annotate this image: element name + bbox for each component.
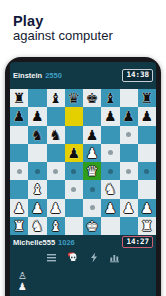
legal-move-dot — [90, 205, 95, 210]
white-pawn: ♟ — [122, 200, 135, 214]
square-h3[interactable] — [138, 180, 156, 198]
black-pawn: ♟ — [86, 127, 99, 141]
square-c4[interactable] — [47, 162, 65, 180]
black-pawn: ♟ — [68, 145, 81, 159]
black-bishop: ♝ — [49, 91, 62, 105]
store-screenshot: Play against computer Einstein 2550 14:3… — [0, 0, 166, 296]
square-e5[interactable]: ♟ — [83, 144, 101, 162]
square-a6[interactable] — [10, 126, 28, 144]
player-name: Michelle555 — [13, 238, 55, 247]
phone-frame: Einstein 2550 14:38 ♜♝♛♚♝♜♟♟♟♟♟♞♞♟♟♟♛♝♞♟… — [5, 57, 161, 296]
captured-pieces-tray: ♙ ♟ — [18, 270, 156, 292]
white-rook: ♜ — [141, 218, 154, 232]
captured-black-pawn-icon: ♙ — [18, 270, 156, 281]
square-b5[interactable] — [28, 144, 46, 162]
square-e1[interactable]: ♚ — [83, 217, 101, 235]
stats-icon[interactable] — [109, 252, 121, 264]
player-clock: 14:27 — [122, 236, 153, 248]
black-pawn: ♟ — [31, 109, 44, 123]
square-e3[interactable] — [83, 180, 101, 198]
square-b1[interactable]: ♞ — [28, 217, 46, 235]
legal-move-dot — [17, 169, 22, 174]
square-c7[interactable] — [47, 107, 65, 125]
player-bar: Michelle555 1026 14:27 — [10, 235, 156, 249]
square-d1[interactable] — [65, 217, 83, 235]
white-pawn: ♟ — [31, 200, 44, 214]
title-line-rest: against computer — [13, 29, 113, 44]
square-b3[interactable]: ♝ — [28, 180, 46, 198]
square-d4[interactable] — [65, 162, 83, 180]
square-a1[interactable]: ♜ — [10, 217, 28, 235]
square-h2[interactable]: ♟ — [138, 199, 156, 217]
square-g1[interactable] — [120, 217, 138, 235]
square-c1[interactable]: ♝ — [47, 217, 65, 235]
square-g3[interactable] — [120, 180, 138, 198]
opponent-rating: 2550 — [45, 71, 62, 80]
opponent-bar: Einstein 2550 14:38 — [10, 62, 156, 89]
square-e6[interactable]: ♟ — [83, 126, 101, 144]
square-e8[interactable]: ♚ — [83, 89, 101, 107]
black-rook: ♜ — [13, 91, 26, 105]
legal-move-dot — [126, 132, 131, 137]
square-c2[interactable]: ♟ — [47, 199, 65, 217]
legal-move-dot — [126, 169, 131, 174]
square-a2[interactable]: ♟ — [10, 199, 28, 217]
menu-icon[interactable] — [46, 252, 58, 264]
square-f5[interactable] — [101, 144, 119, 162]
legal-move-dot — [71, 169, 76, 174]
square-f3[interactable]: ♞ — [101, 180, 119, 198]
square-a7[interactable]: ♟ — [10, 107, 28, 125]
square-g4[interactable] — [120, 162, 138, 180]
player-rating: 1026 — [58, 238, 75, 247]
black-pawn: ♟ — [141, 109, 154, 123]
white-knight: ♞ — [31, 218, 44, 232]
square-c5[interactable] — [47, 144, 65, 162]
square-g8[interactable] — [120, 89, 138, 107]
square-g6[interactable] — [120, 126, 138, 144]
black-king: ♚ — [86, 91, 99, 105]
square-b8[interactable] — [28, 89, 46, 107]
square-d3[interactable] — [65, 180, 83, 198]
square-h5[interactable] — [138, 144, 156, 162]
app-screen: Einstein 2550 14:38 ♜♝♛♚♝♜♟♟♟♟♟♞♞♟♟♟♛♝♞♟… — [10, 62, 156, 296]
white-pawn: ♟ — [86, 145, 99, 159]
black-pawn: ♟ — [104, 109, 117, 123]
square-e4[interactable]: ♛ — [83, 162, 101, 180]
black-knight: ♞ — [49, 127, 62, 141]
square-h1[interactable]: ♜ — [138, 217, 156, 235]
skull-icon[interactable] — [67, 252, 79, 264]
square-f8[interactable]: ♝ — [101, 89, 119, 107]
square-h4[interactable] — [138, 162, 156, 180]
square-c6[interactable]: ♞ — [47, 126, 65, 144]
square-d5[interactable]: ♟ — [65, 144, 83, 162]
legal-move-dot — [53, 169, 58, 174]
white-pawn: ♟ — [49, 200, 62, 214]
legal-move-dot — [108, 150, 113, 155]
opponent-name: Einstein — [13, 71, 42, 80]
white-bishop: ♝ — [49, 218, 62, 232]
black-rook: ♜ — [141, 91, 154, 105]
square-c8[interactable]: ♝ — [47, 89, 65, 107]
square-b4[interactable] — [28, 162, 46, 180]
lightning-icon[interactable] — [88, 252, 100, 264]
legal-move-dot — [35, 169, 40, 174]
square-f7[interactable]: ♟ — [101, 107, 119, 125]
captured-white-pawn-icon: ♟ — [18, 281, 156, 292]
game-toolbar — [10, 249, 156, 266]
square-g2[interactable]: ♟ — [120, 199, 138, 217]
square-h6[interactable] — [138, 126, 156, 144]
square-a3[interactable] — [10, 180, 28, 198]
black-pawn: ♟ — [13, 109, 26, 123]
square-g5[interactable] — [120, 144, 138, 162]
square-c3[interactable] — [47, 180, 65, 198]
square-e7[interactable] — [83, 107, 101, 125]
white-pawn: ♟ — [141, 200, 154, 214]
square-f1[interactable] — [101, 217, 119, 235]
chess-board[interactable]: ♜♝♛♚♝♜♟♟♟♟♟♞♞♟♟♟♛♝♞♟♟♟♟♟♟♜♞♝♚♜ — [10, 89, 156, 235]
legal-move-dot — [90, 187, 95, 192]
square-b2[interactable]: ♟ — [28, 199, 46, 217]
square-b6[interactable]: ♞ — [28, 126, 46, 144]
opponent-clock: 14:38 — [122, 69, 153, 81]
square-a4[interactable] — [10, 162, 28, 180]
square-f4[interactable] — [101, 162, 119, 180]
square-d6[interactable] — [65, 126, 83, 144]
white-knight: ♞ — [104, 182, 117, 196]
black-bishop: ♝ — [104, 91, 117, 105]
white-bishop: ♝ — [31, 182, 44, 196]
white-king: ♚ — [86, 218, 99, 232]
legal-move-dot — [108, 169, 113, 174]
black-knight: ♞ — [31, 127, 44, 141]
square-h8[interactable]: ♜ — [138, 89, 156, 107]
square-h7[interactable]: ♟ — [138, 107, 156, 125]
square-b7[interactable]: ♟ — [28, 107, 46, 125]
white-pawn: ♟ — [13, 200, 26, 214]
white-queen: ♛ — [86, 164, 99, 178]
page-title: Play against computer — [13, 13, 113, 44]
legal-move-dot — [71, 187, 76, 192]
square-d2[interactable] — [65, 199, 83, 217]
square-d8[interactable]: ♛ — [65, 89, 83, 107]
square-a5[interactable] — [10, 144, 28, 162]
title-line-bold: Play — [13, 13, 113, 29]
black-pawn: ♟ — [122, 109, 135, 123]
square-a8[interactable]: ♜ — [10, 89, 28, 107]
square-g7[interactable]: ♟ — [120, 107, 138, 125]
square-f2[interactable]: ♟ — [101, 199, 119, 217]
square-f6[interactable] — [101, 126, 119, 144]
square-d7[interactable] — [65, 107, 83, 125]
legal-move-dot — [144, 169, 149, 174]
white-rook: ♜ — [13, 218, 26, 232]
black-queen: ♛ — [68, 91, 81, 105]
white-pawn: ♟ — [104, 200, 117, 214]
square-e2[interactable] — [83, 199, 101, 217]
